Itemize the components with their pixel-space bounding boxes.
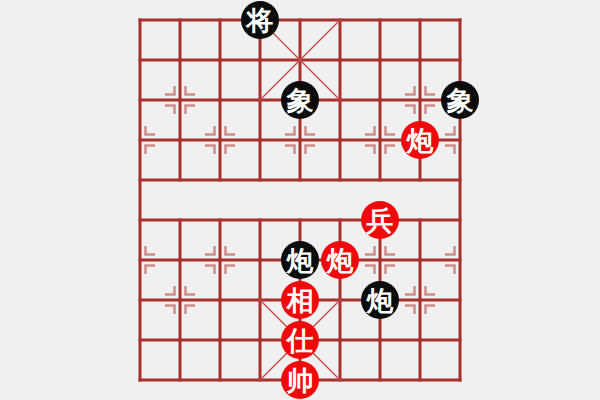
xiangqi-screenshot: 将象象炮兵炮炮相炮仕帅 [0, 0, 600, 400]
piece-black-elephant[interactable]: 象 [281, 81, 319, 119]
piece-red-elephant[interactable]: 相 [281, 281, 319, 319]
piece-black-cannon[interactable]: 炮 [281, 241, 319, 279]
piece-black-elephant[interactable]: 象 [441, 81, 479, 119]
piece-red-soldier[interactable]: 兵 [361, 201, 399, 239]
piece-red-advisor[interactable]: 仕 [281, 321, 319, 359]
piece-red-general[interactable]: 帅 [281, 361, 319, 399]
piece-red-cannon[interactable]: 炮 [401, 121, 439, 159]
piece-black-cannon[interactable]: 炮 [361, 281, 399, 319]
piece-red-cannon[interactable]: 炮 [321, 241, 359, 279]
xiangqi-board[interactable]: 将象象炮兵炮炮相炮仕帅 [0, 0, 600, 400]
piece-black-general[interactable]: 将 [241, 1, 279, 39]
